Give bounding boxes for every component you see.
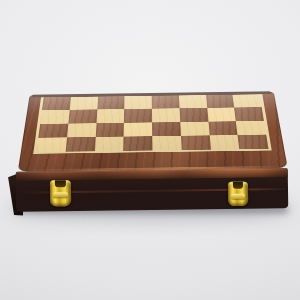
board-square (36, 137, 66, 152)
board-square (209, 135, 239, 150)
brass-clasp-left (50, 180, 71, 206)
chessboard-half (33, 94, 272, 154)
board-square (94, 136, 123, 151)
board-square (207, 108, 236, 122)
board-square (234, 107, 264, 121)
board-square (124, 122, 152, 136)
board-square (124, 109, 152, 123)
board-square (152, 95, 180, 108)
clasp-slot (55, 180, 66, 187)
board-square (236, 121, 266, 135)
board-square (97, 96, 125, 109)
board-square (123, 136, 152, 151)
board-square (124, 96, 151, 109)
board-square (40, 110, 69, 124)
board-square (68, 110, 97, 124)
clasp-bar (231, 194, 245, 199)
brass-clasp-right (228, 182, 248, 206)
board-square (180, 121, 209, 135)
box-front-face (16, 168, 289, 212)
board-square (206, 95, 235, 108)
clasp-slot (233, 182, 243, 189)
board-square (152, 108, 180, 122)
board-square (152, 122, 181, 136)
box-lid-top (18, 91, 288, 172)
board-square (95, 123, 124, 137)
board-square (67, 123, 96, 137)
board-square (69, 97, 97, 110)
clasp-bar (53, 192, 68, 197)
photo-backdrop (0, 0, 300, 300)
board-square (38, 123, 68, 137)
board-square (179, 108, 208, 122)
board-square (238, 134, 269, 149)
board-square (179, 95, 207, 108)
chess-box (0, 0, 300, 300)
board-square (65, 137, 95, 152)
board-square (152, 136, 181, 151)
board-square (42, 97, 71, 110)
board-square (208, 121, 238, 135)
board-square (96, 109, 124, 123)
board-square (181, 135, 211, 150)
board-square (233, 94, 262, 107)
